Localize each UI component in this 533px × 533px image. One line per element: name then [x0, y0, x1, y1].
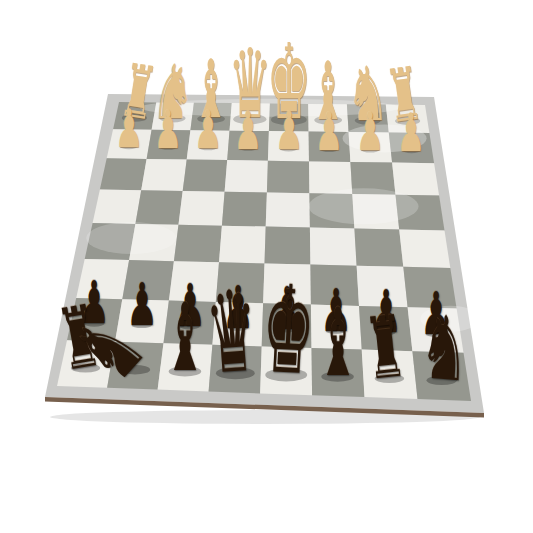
piece-light-pawn[interactable]: ♟	[194, 109, 223, 150]
piece-dark-bishop[interactable]: ♝	[316, 306, 358, 379]
square-r3c0	[93, 190, 142, 224]
square-r4c7	[399, 229, 450, 268]
square-r4c6	[354, 229, 403, 267]
paint-sheen	[309, 188, 419, 224]
square-r2c2	[183, 160, 228, 192]
piece-dark-king[interactable]: ♚	[260, 282, 317, 379]
square-r2c7	[392, 163, 439, 196]
piece-light-pawn[interactable]: ♟	[115, 108, 144, 149]
square-r3c3	[222, 192, 267, 227]
square-r2c3	[225, 160, 268, 192]
chessboard-photo: ♜♞♝♛♚♝♞♜♟♟♟♟♟♟♟♟♟♟♟♟♟♟♟♟♜♞♝♛♚♝♜♞	[0, 0, 533, 533]
square-r3c4	[266, 193, 310, 228]
square-r4c5	[310, 228, 357, 266]
square-r4c3	[219, 226, 266, 264]
piece-light-pawn[interactable]: ♟	[274, 110, 303, 151]
piece-light-pawn[interactable]: ♟	[397, 112, 426, 153]
square-r2c5	[309, 161, 352, 194]
piece-light-pawn[interactable]: ♟	[356, 111, 385, 152]
piece-dark-bishop[interactable]: ♝	[164, 301, 206, 374]
piece-light-pawn[interactable]: ♟	[154, 109, 183, 150]
piece-light-pawn[interactable]: ♟	[315, 111, 344, 152]
piece-dark-pawn[interactable]: ♟	[126, 282, 158, 328]
piece-dark-knight[interactable]: ♞	[417, 313, 473, 386]
paint-sheen	[86, 222, 176, 254]
square-r2c0	[100, 158, 147, 190]
square-r3c2	[179, 191, 225, 226]
piece-light-pawn[interactable]: ♟	[234, 110, 263, 151]
piece-dark-queen[interactable]: ♛	[204, 287, 260, 378]
piece-dark-rook[interactable]: ♜	[364, 314, 409, 384]
square-r4c2	[174, 225, 222, 262]
square-r2c1	[141, 159, 187, 191]
square-r2c4	[267, 161, 310, 194]
square-r3c1	[135, 190, 182, 225]
